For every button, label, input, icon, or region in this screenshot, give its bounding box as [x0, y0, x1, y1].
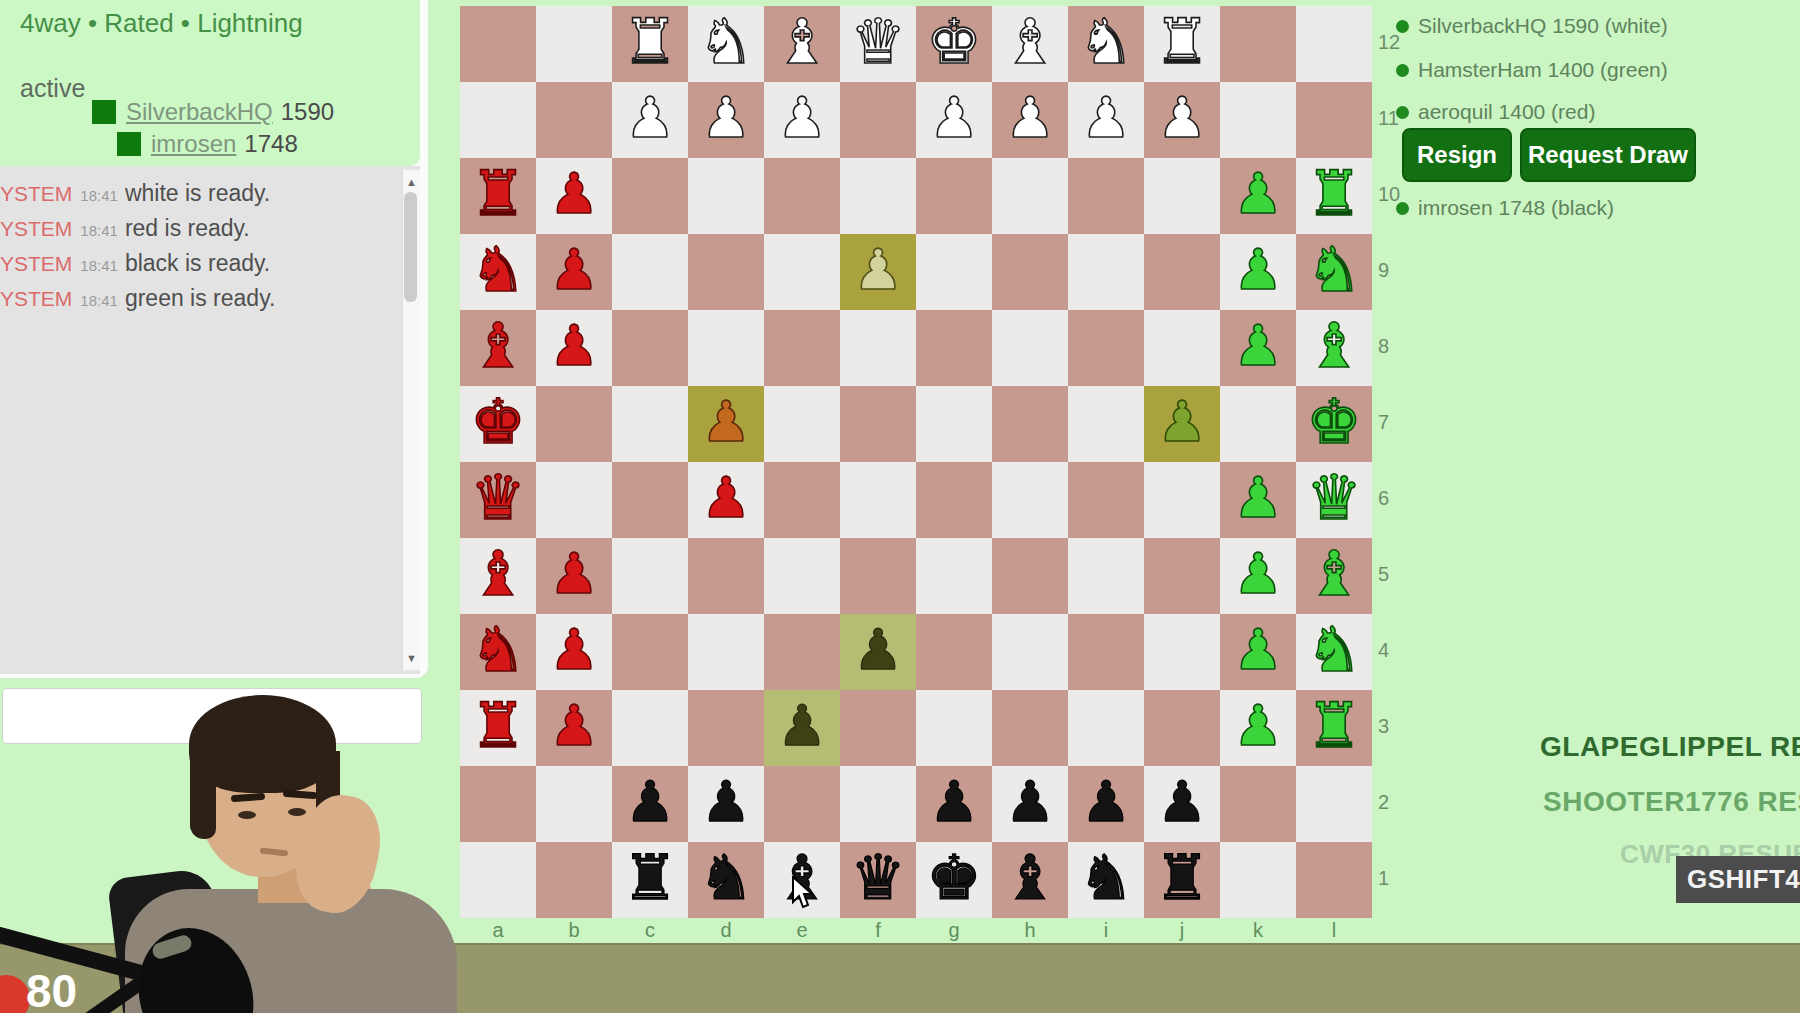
square-h11[interactable]: ♟	[992, 82, 1068, 158]
square-g1[interactable]: ♚	[916, 842, 992, 918]
white-rook[interactable]: ♜	[622, 4, 678, 80]
green-rook[interactable]: ♜	[1306, 156, 1362, 232]
black-pawn[interactable]: ♟	[777, 688, 827, 764]
square-k7[interactable]	[1220, 386, 1296, 462]
chat-sender: SYSTEM	[0, 217, 72, 240]
square-g9[interactable]	[916, 234, 992, 310]
white-king[interactable]: ♚	[926, 4, 982, 80]
green-knight[interactable]: ♞	[1306, 232, 1362, 308]
square-a5[interactable]: ♝	[460, 538, 536, 614]
black-rook[interactable]: ♜	[1154, 840, 1210, 916]
red-bishop[interactable]: ♝	[470, 536, 526, 612]
scroll-down-icon[interactable]: ▼	[403, 652, 420, 664]
chat-text: green is ready.	[125, 285, 275, 311]
square-a8[interactable]: ♝	[460, 310, 536, 386]
rank-label-5: 5	[1378, 563, 1412, 586]
white-pawn[interactable]: ♟	[929, 80, 979, 156]
chat-timestamp: 18:41	[80, 187, 118, 204]
green-pawn[interactable]: ♟	[1233, 612, 1283, 688]
resub-alert-2: SHOOTER1776 RESUB	[1543, 786, 1800, 818]
chat-text: white is ready.	[125, 180, 270, 206]
square-d9[interactable]	[688, 234, 764, 310]
white-bishop[interactable]: ♝	[1002, 4, 1058, 80]
square-f8[interactable]	[840, 310, 916, 386]
square-g11[interactable]: ♟	[916, 82, 992, 158]
chat-sender: SYSTEM	[0, 252, 72, 275]
red-pawn[interactable]: ♟	[549, 232, 599, 308]
green-bishop[interactable]: ♝	[1306, 308, 1362, 384]
white-pawn[interactable]: ♟	[1081, 80, 1131, 156]
white-pawn[interactable]: ♟	[777, 80, 827, 156]
red-rook[interactable]: ♜	[470, 156, 526, 232]
square-i6[interactable]	[1068, 462, 1144, 538]
file-label-f: f	[866, 919, 890, 942]
square-d2[interactable]: ♟	[688, 766, 764, 842]
green-king[interactable]: ♚	[1306, 384, 1362, 460]
square-b3[interactable]: ♟	[536, 690, 612, 766]
square-d7[interactable]: ♟	[688, 386, 764, 462]
white-pawn[interactable]: ♟	[1157, 80, 1207, 156]
square-j4[interactable]	[1144, 614, 1220, 690]
square-k2[interactable]	[1220, 766, 1296, 842]
black-pawn[interactable]: ♟	[1081, 764, 1131, 840]
square-e4[interactable]	[764, 614, 840, 690]
square-h3[interactable]	[992, 690, 1068, 766]
black-king[interactable]: ♚	[926, 840, 982, 916]
white-queen[interactable]: ♛	[850, 4, 906, 80]
square-f3[interactable]	[840, 690, 916, 766]
square-f7[interactable]	[840, 386, 916, 462]
player-bullet-icon	[1396, 202, 1409, 215]
square-j7[interactable]: ♟	[1144, 386, 1220, 462]
green-pawn[interactable]: ♟	[1233, 536, 1283, 612]
chat-sender: SYSTEM	[0, 182, 72, 205]
file-label-l: l	[1322, 919, 1346, 942]
square-f1[interactable]: ♛	[840, 842, 916, 918]
file-label-k: k	[1246, 919, 1270, 942]
red-knight[interactable]: ♞	[470, 612, 526, 688]
square-b10[interactable]: ♟	[536, 158, 612, 234]
square-k12[interactable]	[1220, 6, 1296, 82]
square-g7[interactable]	[916, 386, 992, 462]
green-rook[interactable]: ♜	[1306, 688, 1362, 764]
white-pawn[interactable]: ♟	[1005, 80, 1055, 156]
square-j3[interactable]	[1144, 690, 1220, 766]
square-a9[interactable]: ♞	[460, 234, 536, 310]
file-label-e: e	[790, 919, 814, 942]
black-knight[interactable]: ♞	[1078, 840, 1134, 916]
chat-message: SYSTEM18:41white is ready.	[0, 180, 270, 215]
square-h10[interactable]	[992, 158, 1068, 234]
square-j11[interactable]: ♟	[1144, 82, 1220, 158]
square-f11[interactable]	[840, 82, 916, 158]
square-d6[interactable]: ♟	[688, 462, 764, 538]
board: ♜♞♝♛♚♝♞♜♟♟♟♟♟♟♟♜♟♟♜♞♟♟♟♞♝♟♟♝♚♟♟♚♛♟♟♛♝♟♟♝…	[460, 6, 1372, 918]
square-g8[interactable]	[916, 310, 992, 386]
square-f9[interactable]: ♟	[840, 234, 916, 310]
white-pawn[interactable]: ♟	[625, 80, 675, 156]
white-rook[interactable]: ♜	[1154, 4, 1210, 80]
square-b9[interactable]: ♟	[536, 234, 612, 310]
square-f10[interactable]	[840, 158, 916, 234]
player-display-text[interactable]: HamsterHam 1400 (green)	[1418, 58, 1668, 81]
square-c9[interactable]	[612, 234, 688, 310]
white-pawn[interactable]: ♟	[853, 232, 903, 308]
rank-label-2: 2	[1378, 791, 1412, 814]
square-e10[interactable]	[764, 158, 840, 234]
square-e8[interactable]	[764, 310, 840, 386]
seat-player-1: SilverbackHQ 1590 (white)	[1396, 14, 1668, 38]
square-k8[interactable]: ♟	[1220, 310, 1296, 386]
square-k3[interactable]: ♟	[1220, 690, 1296, 766]
resub-alert-1: GLAPEGLIPPEL RESUB	[1540, 731, 1800, 763]
request-draw-button[interactable]: Request Draw	[1520, 128, 1696, 182]
square-j6[interactable]	[1144, 462, 1220, 538]
player-display-text[interactable]: aeroquil 1400 (red)	[1418, 100, 1595, 123]
square-a2[interactable]	[460, 766, 536, 842]
white-knight[interactable]: ♞	[698, 4, 754, 80]
square-i7[interactable]	[1068, 386, 1144, 462]
square-c8[interactable]	[612, 310, 688, 386]
red-pawn[interactable]: ♟	[549, 612, 599, 688]
player-bullet-icon	[1396, 106, 1409, 119]
square-b4[interactable]: ♟	[536, 614, 612, 690]
square-c6[interactable]	[612, 462, 688, 538]
square-e9[interactable]	[764, 234, 840, 310]
square-l2[interactable]	[1296, 766, 1372, 842]
chat-text: black is ready.	[125, 250, 270, 276]
rank-label-4: 4	[1378, 639, 1412, 662]
red-pawn[interactable]: ♟	[549, 536, 599, 612]
seat-player-4: imrosen 1748 (black)	[1396, 196, 1614, 220]
square-b8[interactable]: ♟	[536, 310, 612, 386]
square-l4[interactable]: ♞	[1296, 614, 1372, 690]
square-d10[interactable]	[688, 158, 764, 234]
chat-panel: SYSTEM18:41white is ready.SYSTEM18:41red…	[0, 166, 420, 674]
square-i11[interactable]: ♟	[1068, 82, 1144, 158]
square-g6[interactable]	[916, 462, 992, 538]
red-queen[interactable]: ♛	[470, 460, 526, 536]
file-label-b: b	[562, 919, 586, 942]
square-c4[interactable]	[612, 614, 688, 690]
player-rating: 1748	[244, 130, 297, 157]
square-k11[interactable]	[1220, 82, 1296, 158]
square-b7[interactable]	[536, 386, 612, 462]
square-c11[interactable]: ♟	[612, 82, 688, 158]
square-k6[interactable]: ♟	[1220, 462, 1296, 538]
square-l1[interactable]	[1296, 842, 1372, 918]
resign-button[interactable]: Resign	[1402, 128, 1512, 182]
square-i4[interactable]	[1068, 614, 1144, 690]
chat-timestamp: 18:41	[80, 257, 118, 274]
rank-label-7: 7	[1378, 411, 1412, 434]
black-rook[interactable]: ♜	[622, 840, 678, 916]
square-i5[interactable]	[1068, 538, 1144, 614]
square-a4[interactable]: ♞	[460, 614, 536, 690]
square-h8[interactable]	[992, 310, 1068, 386]
file-label-h: h	[1018, 919, 1042, 942]
square-k4[interactable]: ♟	[1220, 614, 1296, 690]
chat-text: red is ready.	[125, 215, 250, 241]
square-a7[interactable]: ♚	[460, 386, 536, 462]
square-l6[interactable]: ♛	[1296, 462, 1372, 538]
white-pawn[interactable]: ♟	[701, 80, 751, 156]
file-label-a: a	[486, 919, 510, 942]
game-type-title: 4way • Rated • Lightning	[20, 8, 303, 39]
rank-label-6: 6	[1378, 487, 1412, 510]
square-f12[interactable]: ♛	[840, 6, 916, 82]
square-d12[interactable]: ♞	[688, 6, 764, 82]
player-rating: 1590	[281, 98, 334, 125]
square-k1[interactable]	[1220, 842, 1296, 918]
mouse-cursor	[792, 876, 816, 914]
square-i10[interactable]	[1068, 158, 1144, 234]
person-eye	[288, 808, 306, 816]
square-j1[interactable]: ♜	[1144, 842, 1220, 918]
file-label-g: g	[942, 919, 966, 942]
black-bishop[interactable]: ♝	[1002, 840, 1058, 916]
square-c7[interactable]	[612, 386, 688, 462]
player-bullet-icon	[1396, 20, 1409, 33]
square-h4[interactable]	[992, 614, 1068, 690]
game-status: active	[20, 74, 85, 103]
square-b1[interactable]	[536, 842, 612, 918]
player-bullet-icon	[1396, 64, 1409, 77]
scroll-up-icon[interactable]: ▲	[403, 176, 420, 188]
square-l9[interactable]: ♞	[1296, 234, 1372, 310]
square-d1[interactable]: ♞	[688, 842, 764, 918]
square-e6[interactable]	[764, 462, 840, 538]
square-j10[interactable]	[1144, 158, 1220, 234]
square-k9[interactable]: ♟	[1220, 234, 1296, 310]
seat-player-3: aeroquil 1400 (red)	[1396, 100, 1595, 124]
square-l12[interactable]	[1296, 6, 1372, 82]
red-pawn[interactable]: ♟	[549, 688, 599, 764]
rank-label-8: 8	[1378, 335, 1412, 358]
square-b5[interactable]: ♟	[536, 538, 612, 614]
square-c1[interactable]: ♜	[612, 842, 688, 918]
file-label-c: c	[638, 919, 662, 942]
chat-message: SYSTEM18:41red is ready.	[0, 215, 250, 250]
square-h2[interactable]: ♟	[992, 766, 1068, 842]
square-h12[interactable]: ♝	[992, 6, 1068, 82]
square-i1[interactable]: ♞	[1068, 842, 1144, 918]
square-f4[interactable]: ♟	[840, 614, 916, 690]
black-pawn[interactable]: ♟	[701, 764, 751, 840]
square-e2[interactable]	[764, 766, 840, 842]
square-e7[interactable]	[764, 386, 840, 462]
square-b12[interactable]	[536, 6, 612, 82]
player-color-square-icon	[92, 100, 116, 124]
chat-sender: SYSTEM	[0, 287, 72, 310]
square-d3[interactable]	[688, 690, 764, 766]
square-j5[interactable]	[1144, 538, 1220, 614]
player-display-text[interactable]: imrosen 1748 (black)	[1418, 196, 1614, 219]
red-rook[interactable]: ♜	[470, 688, 526, 764]
seat-player-2: HamsterHam 1400 (green)	[1396, 58, 1668, 82]
square-i8[interactable]	[1068, 310, 1144, 386]
rank-label-3: 3	[1378, 715, 1412, 738]
green-pawn[interactable]: ♟	[1233, 688, 1283, 764]
square-a12[interactable]	[460, 6, 536, 82]
player-color-square-icon	[117, 132, 141, 156]
green-pawn[interactable]: ♟	[1233, 156, 1283, 232]
square-d11[interactable]: ♟	[688, 82, 764, 158]
square-a10[interactable]: ♜	[460, 158, 536, 234]
square-g2[interactable]: ♟	[916, 766, 992, 842]
black-queen[interactable]: ♛	[850, 840, 906, 916]
info-player-white: SilverbackHQ1590	[92, 98, 334, 126]
square-h7[interactable]	[992, 386, 1068, 462]
square-g3[interactable]	[916, 690, 992, 766]
square-f5[interactable]	[840, 538, 916, 614]
square-g12[interactable]: ♚	[916, 6, 992, 82]
square-b11[interactable]	[536, 82, 612, 158]
red-pawn[interactable]: ♟	[549, 156, 599, 232]
red-pawn[interactable]: ♟	[701, 384, 751, 460]
square-j12[interactable]: ♜	[1144, 6, 1220, 82]
square-e11[interactable]: ♟	[764, 82, 840, 158]
rank-label-1: 1	[1378, 867, 1412, 890]
square-h6[interactable]	[992, 462, 1068, 538]
square-c5[interactable]	[612, 538, 688, 614]
file-label-d: d	[714, 919, 738, 942]
red-knight[interactable]: ♞	[470, 232, 526, 308]
file-label-j: j	[1170, 919, 1194, 942]
square-i9[interactable]	[1068, 234, 1144, 310]
green-pawn[interactable]: ♟	[1233, 460, 1283, 536]
square-c10[interactable]	[612, 158, 688, 234]
white-bishop[interactable]: ♝	[774, 4, 830, 80]
rank-label-9: 9	[1378, 259, 1412, 282]
player-link[interactable]: imrosen	[151, 130, 236, 157]
square-h5[interactable]	[992, 538, 1068, 614]
square-a6[interactable]: ♛	[460, 462, 536, 538]
player-link[interactable]: SilverbackHQ	[126, 98, 273, 125]
resub-alert-4: GSHIFT4 S	[1676, 856, 1800, 903]
counter-badge: 80	[26, 964, 77, 1013]
info-player-black: imrosen1748	[117, 130, 298, 158]
black-pawn[interactable]: ♟	[853, 612, 903, 688]
square-k5[interactable]: ♟	[1220, 538, 1296, 614]
player-display-text[interactable]: SilverbackHQ 1590 (white)	[1418, 14, 1668, 37]
square-a3[interactable]: ♜	[460, 690, 536, 766]
file-label-i: i	[1094, 919, 1118, 942]
square-i12[interactable]: ♞	[1068, 6, 1144, 82]
square-d4[interactable]	[688, 614, 764, 690]
square-d8[interactable]	[688, 310, 764, 386]
square-c3[interactable]	[612, 690, 688, 766]
red-king[interactable]: ♚	[470, 384, 526, 460]
square-j9[interactable]	[1144, 234, 1220, 310]
green-bishop[interactable]: ♝	[1306, 536, 1362, 612]
square-e3[interactable]: ♟	[764, 690, 840, 766]
square-g4[interactable]	[916, 614, 992, 690]
person-hair-left	[190, 755, 216, 839]
chat-timestamp: 18:41	[80, 292, 118, 309]
red-pawn[interactable]: ♟	[549, 308, 599, 384]
green-pawn[interactable]: ♟	[1233, 308, 1283, 384]
square-l8[interactable]: ♝	[1296, 310, 1372, 386]
square-c12[interactable]: ♜	[612, 6, 688, 82]
square-g10[interactable]	[916, 158, 992, 234]
square-j8[interactable]	[1144, 310, 1220, 386]
green-queen[interactable]: ♛	[1306, 460, 1362, 536]
red-bishop[interactable]: ♝	[470, 308, 526, 384]
square-d5[interactable]	[688, 538, 764, 614]
black-pawn[interactable]: ♟	[1157, 764, 1207, 840]
square-b2[interactable]	[536, 766, 612, 842]
chat-timestamp: 18:41	[80, 222, 118, 239]
green-knight[interactable]: ♞	[1306, 612, 1362, 688]
square-f2[interactable]	[840, 766, 916, 842]
white-knight[interactable]: ♞	[1078, 4, 1134, 80]
square-a1[interactable]	[460, 842, 536, 918]
square-h1[interactable]: ♝	[992, 842, 1068, 918]
black-knight[interactable]: ♞	[698, 840, 754, 916]
square-l10[interactable]: ♜	[1296, 158, 1372, 234]
black-pawn[interactable]: ♟	[625, 764, 675, 840]
square-l11[interactable]	[1296, 82, 1372, 158]
black-pawn[interactable]: ♟	[929, 764, 979, 840]
square-e5[interactable]	[764, 538, 840, 614]
square-c2[interactable]: ♟	[612, 766, 688, 842]
square-h9[interactable]	[992, 234, 1068, 310]
game-info-box: 4way • Rated • Lightning active Silverba…	[0, 0, 420, 166]
square-g5[interactable]	[916, 538, 992, 614]
square-k10[interactable]: ♟	[1220, 158, 1296, 234]
chat-scrollbar-thumb[interactable]	[404, 192, 417, 302]
square-i2[interactable]: ♟	[1068, 766, 1144, 842]
square-l5[interactable]: ♝	[1296, 538, 1372, 614]
green-pawn[interactable]: ♟	[1157, 384, 1207, 460]
square-i3[interactable]	[1068, 690, 1144, 766]
square-f6[interactable]	[840, 462, 916, 538]
square-a11[interactable]	[460, 82, 536, 158]
square-l3[interactable]: ♜	[1296, 690, 1372, 766]
person-eye	[238, 811, 256, 819]
square-l7[interactable]: ♚	[1296, 386, 1372, 462]
chat-message: SYSTEM18:41black is ready.	[0, 250, 270, 285]
green-pawn[interactable]: ♟	[1233, 232, 1283, 308]
square-b6[interactable]	[536, 462, 612, 538]
square-j2[interactable]: ♟	[1144, 766, 1220, 842]
red-pawn[interactable]: ♟	[701, 460, 751, 536]
chat-message: SYSTEM18:41green is ready.	[0, 285, 275, 320]
black-pawn[interactable]: ♟	[1005, 764, 1055, 840]
square-e12[interactable]: ♝	[764, 6, 840, 82]
